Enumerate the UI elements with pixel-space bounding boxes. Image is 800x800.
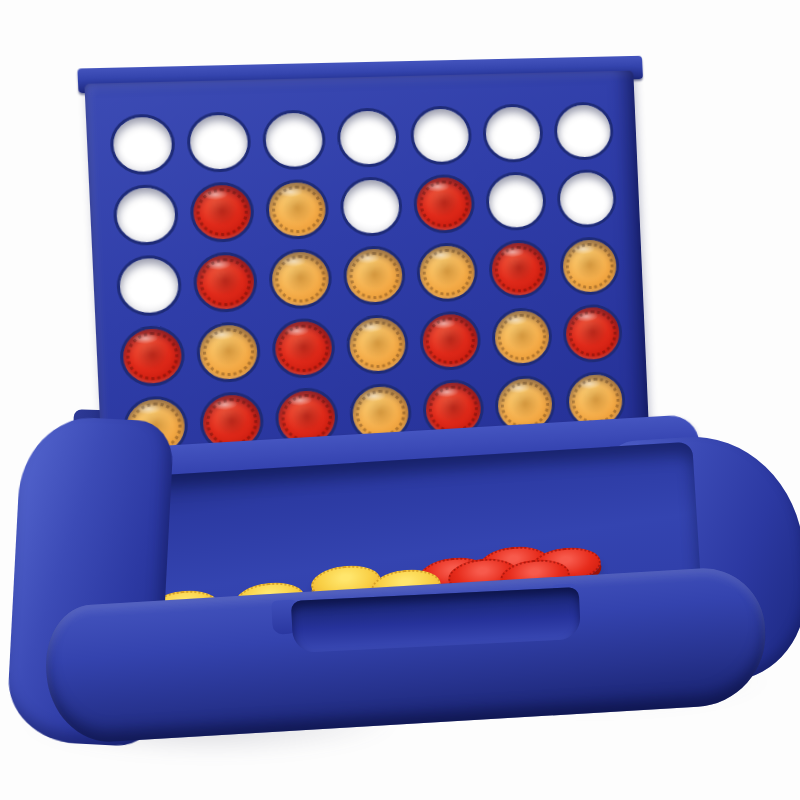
disc-shine: [281, 256, 305, 268]
empty-hole: [261, 109, 326, 170]
disc-shine: [133, 333, 158, 345]
empty-hole: [482, 103, 544, 163]
board-cell-r2c7[interactable]: [554, 169, 619, 229]
yellow-disc[interactable]: [345, 314, 409, 376]
disc-shine: [504, 314, 527, 326]
yellow-disc[interactable]: [268, 248, 333, 310]
disc-shine: [426, 181, 449, 192]
empty-hole: [553, 101, 614, 161]
yellow-disc[interactable]: [491, 307, 553, 368]
empty-hole: [109, 113, 176, 175]
yellow-disc[interactable]: [342, 245, 406, 307]
disc-shine: [203, 189, 228, 201]
empty-hole: [485, 171, 547, 231]
disc-shine: [507, 382, 530, 394]
empty-hole: [336, 107, 400, 168]
board-cell-r1c6[interactable]: [480, 103, 546, 163]
empty-hole: [339, 176, 403, 237]
board-cell-r2c2[interactable]: [187, 181, 257, 243]
board-cell-r2c3[interactable]: [263, 178, 332, 240]
board-cell-r1c3[interactable]: [259, 109, 328, 170]
disc-shine: [356, 253, 380, 265]
board-cell-r3c3[interactable]: [266, 248, 335, 310]
disc-shine: [501, 246, 524, 257]
disc-shine: [572, 243, 595, 254]
board-cell-r4c5[interactable]: [417, 310, 484, 372]
red-disc[interactable]: [271, 317, 336, 380]
board-cell-r1c5[interactable]: [407, 105, 474, 166]
empty-hole: [556, 169, 617, 229]
empty-hole: [115, 254, 182, 317]
disc-shine: [136, 403, 161, 415]
red-disc[interactable]: [413, 174, 476, 235]
empty-hole: [112, 184, 179, 247]
board-cell-r4c4[interactable]: [343, 313, 411, 375]
disc-shine: [429, 249, 452, 260]
board-cell-r3c4[interactable]: [340, 245, 408, 307]
red-disc[interactable]: [562, 303, 623, 364]
board-cell-r4c2[interactable]: [193, 321, 263, 384]
disc-shine: [435, 386, 458, 398]
board-cell-r3c7[interactable]: [557, 236, 622, 296]
board-cell-r1c2[interactable]: [184, 111, 254, 173]
board-cell-r1c1[interactable]: [107, 113, 178, 175]
disc-shine: [278, 186, 302, 198]
board-cell-r1c7[interactable]: [551, 101, 616, 161]
board-cell-r1c4[interactable]: [334, 107, 402, 168]
red-disc[interactable]: [488, 239, 550, 300]
board-cell-r2c6[interactable]: [483, 171, 549, 231]
board-cell-r2c1[interactable]: [110, 184, 181, 247]
empty-hole: [186, 111, 252, 173]
board-cell-r4c3[interactable]: [269, 317, 338, 380]
disc-shine: [359, 321, 383, 333]
disc-shine: [578, 378, 601, 390]
connect-four-photo: [0, 0, 800, 800]
disc-shine: [288, 394, 312, 406]
board-cell-r3c5[interactable]: [414, 242, 481, 303]
board-cell-r3c2[interactable]: [190, 251, 260, 314]
board-cell-r4c6[interactable]: [489, 306, 555, 367]
disc-shine: [206, 259, 231, 271]
disc-shine: [285, 325, 309, 337]
board-cell-r4c1[interactable]: [117, 324, 188, 388]
disc-shine: [432, 318, 455, 330]
yellow-disc[interactable]: [195, 321, 261, 384]
board-cell-r2c4[interactable]: [337, 176, 405, 237]
board-cell-r4c7[interactable]: [560, 303, 625, 364]
red-disc[interactable]: [119, 324, 186, 388]
disc-shine: [575, 311, 598, 322]
red-disc[interactable]: [192, 251, 258, 314]
board-cell-r3c6[interactable]: [486, 239, 552, 300]
red-disc[interactable]: [189, 181, 255, 243]
disc-shine: [212, 399, 237, 411]
yellow-disc[interactable]: [265, 179, 330, 241]
red-disc[interactable]: [419, 310, 482, 372]
yellow-disc[interactable]: [416, 242, 479, 303]
disc-shine: [362, 390, 386, 402]
empty-hole: [409, 105, 472, 165]
board-cell-r2c5[interactable]: [411, 173, 478, 234]
yellow-disc[interactable]: [559, 236, 620, 296]
disc-shine: [209, 329, 234, 341]
board-cell-r3c1[interactable]: [113, 254, 184, 317]
